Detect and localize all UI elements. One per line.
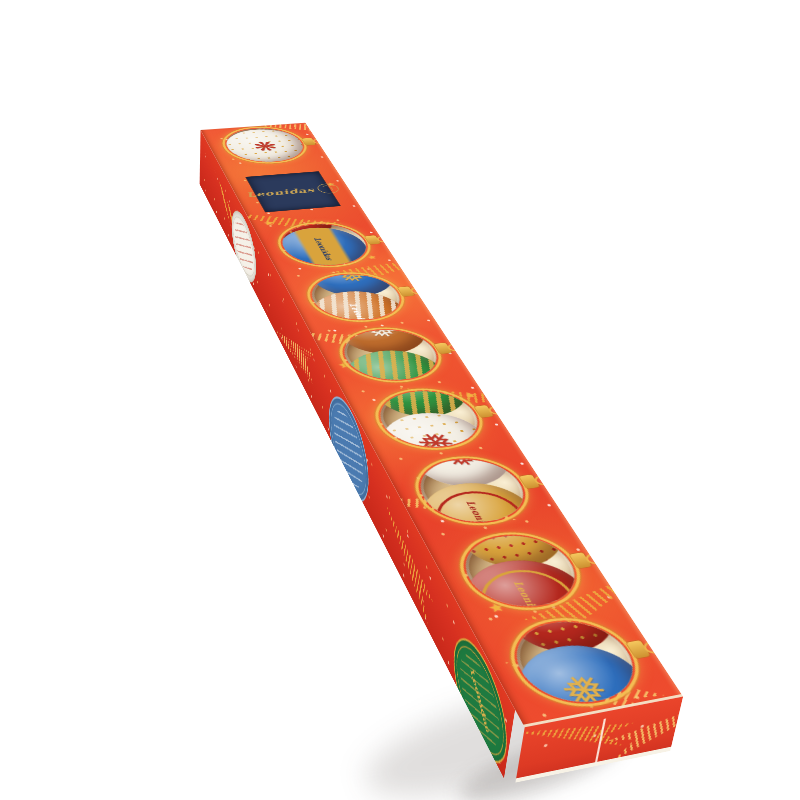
snowflake-icon: ❅ [435,454,486,472]
star-decoration: ★ [485,600,507,616]
pine-branch-decoration [523,555,672,643]
bauble-cap-ornament [626,640,650,658]
bauble-window: ❋ [219,126,312,164]
chocolate-bauble: ❅ [407,454,524,492]
bauble-window: ❅Leonidas [302,271,412,323]
swirl-pattern [463,558,592,614]
bauble-window: ❅Leonidas [407,454,539,528]
chocolate-bauble: Leonidas [407,477,539,529]
leonidas-bauble-box: Leonidas ★ ★ ★ ★ ★ ★ Leonidas [201,123,684,727]
chocolate-bauble: ❅ [500,637,652,711]
window-gold-ring [492,610,660,717]
chocolate-bauble [368,386,480,421]
starburst-icon: ❋ [248,139,283,155]
leonidas-logo-plaque: Leonidas [246,172,340,212]
pine-branch-decoration [515,721,634,746]
bauble-window: ❅ [500,614,652,711]
chocolate-bauble [333,346,449,385]
bauble-window: ❅ [368,386,492,452]
stripes-pattern [333,346,449,385]
window-cutout: ❅Leonidas [407,454,539,528]
snowflake-icon: ❅ [408,427,465,452]
window-gold-ring [443,525,599,618]
leonidas-emblem-icon [315,183,342,194]
leonidas-logo-text: Leonidas [244,186,316,199]
chocolate-bauble: Leonidas [451,553,592,614]
bauble-cap-ornament [519,475,540,489]
photo-canvas: Leonidas ★ ★ ★ ★ ★ ★ Leonidas [0,0,800,800]
window-gold-ring [400,450,546,532]
bauble-brand-label: Leonidas [512,580,547,614]
chocolate-bauble: Leonidas [302,287,412,323]
chocolate-bauble [451,529,578,574]
window-cutout: Leonidas [451,529,592,613]
bauble-brand-label: Leonidas [312,237,335,260]
chocolate-bauble [500,614,631,660]
star-decoration: ★ [262,219,276,226]
bauble-window: Leonidas [273,221,377,268]
snowflake-icon: ❅ [550,666,620,711]
bauble-cap-ornament [474,405,493,418]
stripes-pattern [368,386,480,421]
swirl-pattern [419,481,539,528]
bauble-window: ❅ [333,326,449,385]
window-cutout: ❅ [500,614,652,711]
chocolate-bauble: ❅ [368,408,491,453]
bauble-cap-ornament [569,552,591,568]
bauble-window: Leonidas [451,529,592,613]
box-flap-edge [515,747,671,783]
bauble-brand-label: Leonidas [464,500,496,528]
